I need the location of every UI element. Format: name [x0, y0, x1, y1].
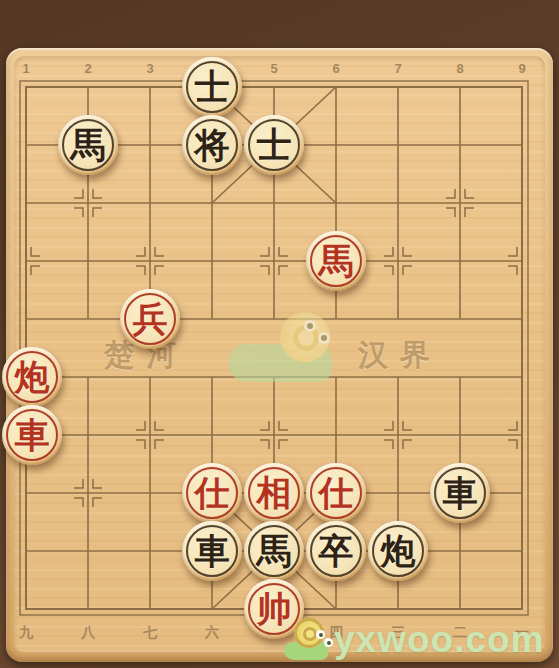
- piece-black-pawn[interactable]: 卒: [306, 521, 366, 581]
- piece-black-horse[interactable]: 馬: [244, 521, 304, 581]
- piece-red-general[interactable]: 帅: [244, 579, 304, 639]
- piece-glyph: 車: [430, 463, 490, 523]
- piece-glyph: 車: [2, 405, 62, 465]
- piece-glyph: 兵: [120, 289, 180, 349]
- coord-top-8: 8: [447, 61, 473, 76]
- coord-top-7: 7: [385, 61, 411, 76]
- piece-glyph: 帅: [244, 579, 304, 639]
- piece-red-horse[interactable]: 馬: [306, 231, 366, 291]
- piece-black-chariot[interactable]: 車: [430, 463, 490, 523]
- river-label-right: 汉界: [358, 335, 442, 376]
- piece-red-advisor[interactable]: 仕: [306, 463, 366, 523]
- piece-glyph: 仕: [182, 463, 242, 523]
- piece-glyph: 炮: [368, 521, 428, 581]
- coord-bottom-3: 七: [137, 624, 163, 642]
- piece-black-advisor[interactable]: 士: [244, 115, 304, 175]
- piece-black-advisor[interactable]: 士: [182, 57, 242, 117]
- coord-bottom-2: 八: [75, 624, 101, 642]
- piece-glyph: 卒: [306, 521, 366, 581]
- piece-red-chariot[interactable]: 車: [2, 405, 62, 465]
- coord-bottom-9: 一: [509, 624, 535, 642]
- coord-top-2: 2: [75, 61, 101, 76]
- piece-glyph: 相: [244, 463, 304, 523]
- piece-black-cannon[interactable]: 炮: [368, 521, 428, 581]
- piece-glyph: 士: [182, 57, 242, 117]
- coord-bottom-8: 二: [447, 624, 473, 642]
- piece-red-advisor[interactable]: 仕: [182, 463, 242, 523]
- coord-bottom-4: 六: [199, 624, 225, 642]
- piece-glyph: 馬: [306, 231, 366, 291]
- piece-black-general[interactable]: 将: [182, 115, 242, 175]
- piece-glyph: 馬: [58, 115, 118, 175]
- piece-black-chariot[interactable]: 車: [182, 521, 242, 581]
- piece-glyph: 車: [182, 521, 242, 581]
- coord-top-3: 3: [137, 61, 163, 76]
- coord-top-6: 6: [323, 61, 349, 76]
- piece-glyph: 士: [244, 115, 304, 175]
- coord-top-1: 1: [13, 61, 39, 76]
- coord-bottom-6: 四: [323, 624, 349, 642]
- piece-glyph: 将: [182, 115, 242, 175]
- piece-glyph: 仕: [306, 463, 366, 523]
- piece-red-cannon[interactable]: 炮: [2, 347, 62, 407]
- piece-red-elephant[interactable]: 相: [244, 463, 304, 523]
- piece-glyph: 炮: [2, 347, 62, 407]
- coord-top-5: 5: [261, 61, 287, 76]
- coord-bottom-7: 三: [385, 624, 411, 642]
- piece-glyph: 馬: [244, 521, 304, 581]
- coord-top-9: 9: [509, 61, 535, 76]
- piece-red-pawn[interactable]: 兵: [120, 289, 180, 349]
- coord-bottom-1: 九: [13, 624, 39, 642]
- piece-black-horse[interactable]: 馬: [58, 115, 118, 175]
